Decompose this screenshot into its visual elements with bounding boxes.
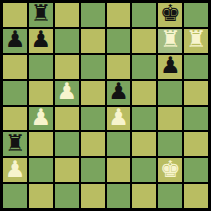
square-e8[interactable]	[107, 3, 131, 27]
square-f3[interactable]	[132, 132, 156, 156]
square-e2[interactable]	[107, 158, 131, 182]
square-c6[interactable]	[55, 55, 79, 79]
square-d8[interactable]	[81, 3, 105, 27]
square-b3[interactable]	[29, 132, 53, 156]
white-rook-icon: ♜	[160, 29, 181, 51]
square-a7[interactable]: ♟	[3, 29, 27, 53]
black-pawn-icon: ♟	[108, 81, 129, 103]
square-a4[interactable]	[3, 107, 27, 131]
square-e3[interactable]	[107, 132, 131, 156]
square-b1[interactable]	[29, 184, 53, 208]
square-f2[interactable]	[132, 158, 156, 182]
square-a1[interactable]	[3, 184, 27, 208]
square-c5[interactable]: ♟	[55, 81, 79, 105]
square-h7[interactable]: ♜	[184, 29, 208, 53]
square-g3[interactable]	[158, 132, 182, 156]
black-pawn-icon: ♟	[5, 29, 26, 51]
square-c3[interactable]	[55, 132, 79, 156]
square-g7[interactable]: ♜	[158, 29, 182, 53]
square-g4[interactable]	[158, 107, 182, 131]
square-e5[interactable]: ♟	[107, 81, 131, 105]
square-d2[interactable]	[81, 158, 105, 182]
square-g5[interactable]	[158, 81, 182, 105]
square-h4[interactable]	[184, 107, 208, 131]
black-rook-icon: ♜	[31, 3, 52, 25]
square-h6[interactable]	[184, 55, 208, 79]
square-e6[interactable]	[107, 55, 131, 79]
square-f7[interactable]	[132, 29, 156, 53]
black-king-icon: ♚	[160, 3, 181, 25]
square-g2[interactable]: ♚	[158, 158, 182, 182]
square-d4[interactable]	[81, 107, 105, 131]
square-f4[interactable]	[132, 107, 156, 131]
white-king-icon: ♚	[160, 158, 181, 180]
square-d7[interactable]	[81, 29, 105, 53]
square-h2[interactable]	[184, 158, 208, 182]
black-rook-icon: ♜	[5, 132, 26, 154]
square-d3[interactable]	[81, 132, 105, 156]
square-b5[interactable]	[29, 81, 53, 105]
square-h8[interactable]	[184, 3, 208, 27]
square-b7[interactable]: ♟	[29, 29, 53, 53]
square-e1[interactable]	[107, 184, 131, 208]
square-e7[interactable]	[107, 29, 131, 53]
square-a8[interactable]	[3, 3, 27, 27]
square-b2[interactable]	[29, 158, 53, 182]
white-pawn-icon: ♟	[56, 81, 77, 103]
square-b6[interactable]	[29, 55, 53, 79]
square-a5[interactable]	[3, 81, 27, 105]
white-pawn-icon: ♟	[5, 158, 26, 180]
square-f8[interactable]	[132, 3, 156, 27]
white-rook-icon: ♜	[186, 29, 207, 51]
square-d5[interactable]	[81, 81, 105, 105]
black-pawn-icon: ♟	[160, 55, 181, 77]
square-f6[interactable]	[132, 55, 156, 79]
square-f5[interactable]	[132, 81, 156, 105]
square-d6[interactable]	[81, 55, 105, 79]
square-c7[interactable]	[55, 29, 79, 53]
square-g8[interactable]: ♚	[158, 3, 182, 27]
white-pawn-icon: ♟	[31, 107, 52, 129]
square-h3[interactable]	[184, 132, 208, 156]
square-e4[interactable]: ♟	[107, 107, 131, 131]
square-a3[interactable]: ♜	[3, 132, 27, 156]
square-h1[interactable]	[184, 184, 208, 208]
chess-board: ♜♚♟♟♜♜♟♟♟♟♟♜♟♚	[0, 0, 211, 211]
square-d1[interactable]	[81, 184, 105, 208]
square-g6[interactable]: ♟	[158, 55, 182, 79]
square-c8[interactable]	[55, 3, 79, 27]
black-pawn-icon: ♟	[31, 29, 52, 51]
square-a6[interactable]	[3, 55, 27, 79]
square-f1[interactable]	[132, 184, 156, 208]
white-pawn-icon: ♟	[108, 107, 129, 129]
square-b8[interactable]: ♜	[29, 3, 53, 27]
square-g1[interactable]	[158, 184, 182, 208]
square-c4[interactable]	[55, 107, 79, 131]
square-c1[interactable]	[55, 184, 79, 208]
square-c2[interactable]	[55, 158, 79, 182]
square-h5[interactable]	[184, 81, 208, 105]
square-a2[interactable]: ♟	[3, 158, 27, 182]
square-b4[interactable]: ♟	[29, 107, 53, 131]
